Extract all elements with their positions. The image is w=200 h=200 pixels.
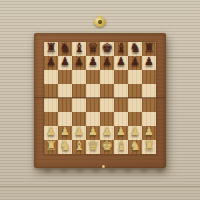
white-pawn[interactable]: ♟ [74,125,84,139]
white-knight[interactable]: ♞ [59,139,71,153]
square-h1[interactable]: ♜ [142,140,156,154]
square-f7[interactable]: ♟ [114,56,128,70]
square-g4[interactable] [128,98,142,112]
square-a5[interactable] [44,84,58,98]
white-pawn[interactable]: ♟ [46,125,56,139]
black-rook[interactable]: ♜ [45,41,57,55]
white-rook[interactable]: ♜ [45,139,57,153]
square-h7[interactable]: ♟ [142,56,156,70]
black-queen[interactable]: ♛ [87,41,99,55]
square-a3[interactable] [44,112,58,126]
square-b1[interactable]: ♞ [58,140,72,154]
white-king[interactable]: ♚ [101,139,113,153]
black-pawn[interactable]: ♟ [102,55,112,69]
square-d4[interactable] [86,98,100,112]
square-e7[interactable]: ♟ [100,56,114,70]
square-e5[interactable] [100,84,114,98]
square-e8[interactable]: ♚ [100,42,114,56]
square-g3[interactable] [128,112,142,126]
square-g8[interactable]: ♞ [128,42,142,56]
square-d6[interactable] [86,70,100,84]
square-c7[interactable]: ♟ [72,56,86,70]
chess-board: ♜♞♝♛♚♝♞♜♟♟♟♟♟♟♟♟♟♟♟♟♟♟♟♟♜♞♝♛♚♝♞♜ [34,33,166,168]
black-pawn[interactable]: ♟ [130,55,140,69]
black-rook[interactable]: ♜ [143,41,155,55]
white-pawn[interactable]: ♟ [116,125,126,139]
square-f4[interactable] [114,98,128,112]
square-c4[interactable] [72,98,86,112]
square-b5[interactable] [58,84,72,98]
square-g5[interactable] [128,84,142,98]
square-a4[interactable] [44,98,58,112]
white-knight[interactable]: ♞ [129,139,141,153]
square-a6[interactable] [44,70,58,84]
black-knight[interactable]: ♞ [129,41,141,55]
black-pawn[interactable]: ♟ [116,55,126,69]
board-shadow [40,167,164,176]
square-b7[interactable]: ♟ [58,56,72,70]
table-surface: ♜♞♝♛♚♝♞♜♟♟♟♟♟♟♟♟♟♟♟♟♟♟♟♟♜♞♝♛♚♝♞♜ [0,0,200,200]
clasp-hole [98,20,102,24]
square-h4[interactable] [142,98,156,112]
black-pawn[interactable]: ♟ [144,55,154,69]
square-h8[interactable]: ♜ [142,42,156,56]
square-c6[interactable] [72,70,86,84]
white-pawn[interactable]: ♟ [88,125,98,139]
black-pawn[interactable]: ♟ [46,55,56,69]
square-f1[interactable]: ♝ [114,140,128,154]
white-pawn[interactable]: ♟ [130,125,140,139]
square-d5[interactable] [86,84,100,98]
square-c3[interactable] [72,112,86,126]
white-bishop[interactable]: ♝ [73,139,85,153]
square-a8[interactable]: ♜ [44,42,58,56]
square-g6[interactable] [128,70,142,84]
white-pawn[interactable]: ♟ [60,125,70,139]
white-queen[interactable]: ♛ [87,139,99,153]
black-bishop[interactable]: ♝ [73,41,85,55]
square-f5[interactable] [114,84,128,98]
square-e3[interactable] [100,112,114,126]
square-d1[interactable]: ♛ [86,140,100,154]
white-pawn[interactable]: ♟ [102,125,112,139]
white-bishop[interactable]: ♝ [115,139,127,153]
white-rook[interactable]: ♜ [143,139,155,153]
square-d7[interactable]: ♟ [86,56,100,70]
square-h3[interactable] [142,112,156,126]
table-plank-seam [0,186,200,187]
square-b6[interactable] [58,70,72,84]
square-f6[interactable] [114,70,128,84]
square-c1[interactable]: ♝ [72,140,86,154]
black-pawn[interactable]: ♟ [74,55,84,69]
square-e6[interactable] [100,70,114,84]
square-e4[interactable] [100,98,114,112]
square-f3[interactable] [114,112,128,126]
square-d8[interactable]: ♛ [86,42,100,56]
square-b8[interactable]: ♞ [58,42,72,56]
black-pawn[interactable]: ♟ [60,55,70,69]
brass-clasp [93,15,107,28]
square-a7[interactable]: ♟ [44,56,58,70]
black-bishop[interactable]: ♝ [115,41,127,55]
black-king[interactable]: ♚ [101,41,113,55]
square-b3[interactable] [58,112,72,126]
square-f8[interactable]: ♝ [114,42,128,56]
square-e1[interactable]: ♚ [100,140,114,154]
black-pawn[interactable]: ♟ [88,55,98,69]
white-pawn[interactable]: ♟ [144,125,154,139]
square-d3[interactable] [86,112,100,126]
square-g7[interactable]: ♟ [128,56,142,70]
square-b4[interactable] [58,98,72,112]
square-h6[interactable] [142,70,156,84]
square-c5[interactable] [72,84,86,98]
square-g1[interactable]: ♞ [128,140,142,154]
black-knight[interactable]: ♞ [59,41,71,55]
square-h5[interactable] [142,84,156,98]
square-c8[interactable]: ♝ [72,42,86,56]
square-a1[interactable]: ♜ [44,140,58,154]
board-fold-hinge [34,97,166,99]
